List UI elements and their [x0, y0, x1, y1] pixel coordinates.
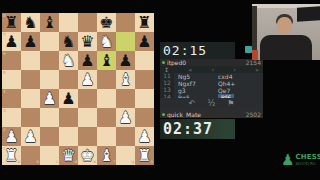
square-f2[interactable] — [97, 127, 116, 146]
rank-label-6: 6 — [3, 52, 6, 56]
square-b1[interactable]: b — [21, 146, 40, 165]
square-g2[interactable] — [116, 127, 135, 146]
move-list: 11Ng5cxd412Ngxf7Qh4+13g3Qe714Bg5Bf6 — [160, 73, 263, 98]
webcam-tv — [297, 6, 320, 22]
first-move-icon[interactable]: « — [188, 66, 192, 73]
rank-label-5: 5 — [3, 71, 6, 75]
white-knight-f7: ♞ — [97, 32, 116, 51]
webcam-red-object — [252, 50, 258, 60]
black-pawn-h7: ♟ — [135, 32, 154, 51]
white-move[interactable]: Ng5 — [174, 73, 216, 80]
square-e6[interactable]: ♟ — [78, 51, 97, 70]
white-move[interactable]: g3 — [174, 87, 216, 94]
black-knight-d7: ♞ — [59, 32, 78, 51]
top-player-bar[interactable]: itped0 2154 — [160, 59, 263, 66]
prev-move-icon[interactable]: ‹ — [212, 66, 214, 73]
square-d1[interactable]: ♛d — [59, 146, 78, 165]
black-pawn-d4: ♟ — [59, 89, 78, 108]
square-f5[interactable] — [97, 70, 116, 89]
square-h6[interactable] — [135, 51, 154, 70]
black-pawn-b7: ♟ — [21, 32, 40, 51]
square-a1[interactable]: ♜1a — [2, 146, 21, 165]
file-label-c: c — [56, 160, 58, 164]
file-label-g: g — [131, 160, 134, 164]
black-queen-e7: ♛ — [78, 32, 97, 51]
square-g7[interactable] — [116, 32, 135, 51]
white-pawn-h2: ♟ — [135, 127, 154, 146]
square-b4[interactable] — [21, 89, 40, 108]
square-e1[interactable]: ♚e — [78, 146, 97, 165]
square-e3[interactable] — [78, 108, 97, 127]
square-h7[interactable]: ♟ — [135, 32, 154, 51]
move-row-12: 12Ngxf7Qh4+ — [160, 80, 263, 87]
white-pawn-g3: ♟ — [116, 108, 135, 127]
black-king-f8: ♚ — [97, 13, 116, 32]
white-move[interactable]: Ngxf7 — [174, 80, 216, 87]
black-bishop-f6: ♝ — [97, 51, 116, 70]
square-a5[interactable]: 5 — [2, 70, 21, 89]
rank-label-7: 7 — [3, 33, 6, 37]
logo-title: CHESS — [295, 154, 320, 161]
square-c6[interactable] — [40, 51, 59, 70]
white-pawn-c4: ♟ — [40, 89, 59, 108]
file-label-e: e — [94, 160, 96, 164]
square-g8[interactable] — [116, 13, 135, 32]
square-d6[interactable]: ♞ — [59, 51, 78, 70]
square-c7[interactable] — [40, 32, 59, 51]
square-e5[interactable]: ♟ — [78, 70, 97, 89]
black-rook-h8: ♜ — [135, 13, 154, 32]
square-g5[interactable]: ♝ — [116, 70, 135, 89]
black-move[interactable]: Qh4+ — [216, 80, 263, 87]
square-b2[interactable]: ♟ — [21, 127, 40, 146]
bottom-player-clock: 02:37 — [160, 119, 235, 139]
square-a7[interactable]: ♟7 — [2, 32, 21, 51]
square-b5[interactable] — [21, 70, 40, 89]
white-knight-d6: ♞ — [59, 51, 78, 70]
square-f6[interactable]: ♝ — [97, 51, 116, 70]
square-f4[interactable] — [97, 89, 116, 108]
square-g1[interactable]: g — [116, 146, 135, 165]
square-d2[interactable] — [59, 127, 78, 146]
square-e8[interactable] — [78, 13, 97, 32]
black-bishop-c8: ♝ — [40, 13, 59, 32]
square-f3[interactable] — [97, 108, 116, 127]
file-label-f: f — [114, 160, 115, 164]
file-label-b: b — [36, 160, 39, 164]
bottom-player-rating: 2502 — [246, 111, 261, 118]
white-bishop-g5: ♝ — [116, 70, 135, 89]
file-label-a: a — [18, 160, 20, 164]
square-c4[interactable]: ♟ — [40, 89, 59, 108]
white-pawn-b2: ♟ — [21, 127, 40, 146]
square-e2[interactable] — [78, 127, 97, 146]
square-f7[interactable]: ♞ — [97, 32, 116, 51]
square-d3[interactable] — [59, 108, 78, 127]
square-c8[interactable]: ♝ — [40, 13, 59, 32]
top-player-rating: 2154 — [246, 59, 261, 66]
black-move[interactable]: Qe7 — [216, 87, 263, 94]
square-h2[interactable]: ♟ — [135, 127, 154, 146]
rank-label-8: 8 — [3, 14, 6, 18]
video-frame: ♜8♞♝♚♜♟7♟♞♛♞♟6♞♟♝♟5♟♝4♟♟3♟♟2♟♟♜1abc♛d♚e♝… — [0, 0, 320, 180]
square-h5[interactable] — [135, 70, 154, 89]
analysis-icon[interactable] — [245, 46, 252, 53]
bottom-player-bar[interactable]: quick_Mate 2502 — [160, 110, 263, 118]
square-b6[interactable] — [21, 51, 40, 70]
square-a8[interactable]: ♜8 — [2, 13, 21, 32]
black-pawn-g6: ♟ — [116, 51, 135, 70]
square-d7[interactable]: ♞ — [59, 32, 78, 51]
square-e4[interactable] — [78, 89, 97, 108]
square-c5[interactable] — [40, 70, 59, 89]
square-g3[interactable]: ♟ — [116, 108, 135, 127]
streamer-face — [277, 17, 292, 34]
draw-offer-icon[interactable]: ½ — [207, 98, 215, 110]
move-nav-toolbar: ↕«‹›» — [160, 66, 263, 73]
square-a4[interactable]: 4 — [2, 89, 21, 108]
rank-label-4: 4 — [3, 90, 6, 94]
next-move-icon[interactable]: › — [233, 66, 235, 73]
rank-label-3: 3 — [3, 109, 6, 113]
square-f8[interactable]: ♚ — [97, 13, 116, 32]
file-label-d: d — [74, 160, 77, 164]
streamer-webcam — [252, 4, 320, 60]
resign-flag-icon[interactable]: ⚑ — [227, 98, 234, 110]
square-a6[interactable]: 6 — [2, 51, 21, 70]
square-h8[interactable]: ♜ — [135, 13, 154, 32]
square-d8[interactable] — [59, 13, 78, 32]
square-f1[interactable]: ♝f — [97, 146, 116, 165]
white-pawn-e5: ♟ — [78, 70, 97, 89]
square-b8[interactable]: ♞ — [21, 13, 40, 32]
square-d4[interactable]: ♟ — [59, 89, 78, 108]
square-a3[interactable]: 3 — [2, 108, 21, 127]
game-actions: ↶½⚑ — [160, 98, 263, 110]
square-c2[interactable] — [40, 127, 59, 146]
channel-logo: ♟ CHESS WOOD.RU — [281, 151, 320, 169]
rank-label-1: 1 — [3, 147, 6, 151]
move-row-13: 13g3Qe7 — [160, 87, 263, 94]
square-d5[interactable] — [59, 70, 78, 89]
bottom-player-name: quick_Mate — [167, 111, 246, 118]
square-g4[interactable] — [116, 89, 135, 108]
last-move-icon[interactable]: » — [255, 66, 259, 73]
file-label-h: h — [150, 160, 153, 164]
move-row-11: 11Ng5cxd4 — [160, 73, 263, 80]
square-h4[interactable] — [135, 89, 154, 108]
square-g6[interactable]: ♟ — [116, 51, 135, 70]
black-move[interactable]: cxd4 — [216, 73, 263, 80]
online-dot-icon — [162, 61, 165, 64]
rank-label-2: 2 — [3, 128, 6, 132]
square-h1[interactable]: ♜h — [135, 146, 154, 165]
online-dot-icon — [162, 113, 165, 116]
square-a2[interactable]: ♟2 — [2, 127, 21, 146]
top-player-clock: 02:15 — [160, 42, 235, 59]
square-h3[interactable] — [135, 108, 154, 127]
square-c1[interactable]: c — [40, 146, 59, 165]
square-c3[interactable] — [40, 108, 59, 127]
square-b3[interactable] — [21, 108, 40, 127]
square-b7[interactable]: ♟ — [21, 32, 40, 51]
chess-board[interactable]: ♜8♞♝♚♜♟7♟♞♛♞♟6♞♟♝♟5♟♝4♟♟3♟♟2♟♟♜1abc♛d♚e♝… — [2, 13, 154, 165]
logo-subtitle: WOOD.RU — [295, 161, 320, 166]
black-pawn-e6: ♟ — [78, 51, 97, 70]
top-player-name: itped0 — [167, 59, 246, 66]
takeback-icon[interactable]: ↶ — [189, 98, 196, 110]
streamer-shirt — [260, 35, 312, 60]
logo-pawn-icon: ♟ — [281, 151, 294, 169]
black-knight-b8: ♞ — [21, 13, 40, 32]
square-e7[interactable]: ♛ — [78, 32, 97, 51]
